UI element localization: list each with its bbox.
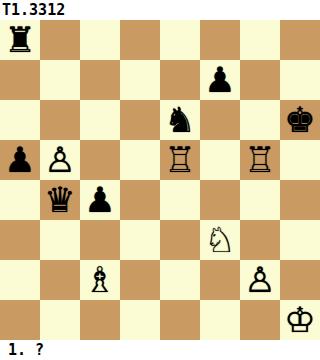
square-c1[interactable] [80,300,120,340]
piece-black-queen[interactable]: ♛ [44,180,75,220]
square-d5[interactable] [120,140,160,180]
square-b2[interactable] [40,260,80,300]
square-b3[interactable] [40,220,80,260]
square-d8[interactable] [120,20,160,60]
square-d6[interactable] [120,100,160,140]
piece-white-king[interactable]: ♔ [284,300,315,340]
square-e2[interactable] [160,260,200,300]
square-h3[interactable] [280,220,320,260]
square-f8[interactable] [200,20,240,60]
square-c4[interactable]: ♟ [80,180,120,220]
square-b6[interactable] [40,100,80,140]
square-a8[interactable]: ♜ [0,20,40,60]
square-h8[interactable] [280,20,320,60]
square-g1[interactable] [240,300,280,340]
square-c6[interactable] [80,100,120,140]
square-h1[interactable]: ♔ [280,300,320,340]
square-e4[interactable] [160,180,200,220]
square-f5[interactable] [200,140,240,180]
chess-puzzle-page: T1.3312 ♜♟♞♚♟♙♖♖♛♟♘♗♙♔ 1. ? [0,0,320,360]
square-e7[interactable] [160,60,200,100]
piece-black-king[interactable]: ♚ [284,100,315,140]
square-g2[interactable]: ♙ [240,260,280,300]
square-c5[interactable] [80,140,120,180]
square-c8[interactable] [80,20,120,60]
square-g3[interactable] [240,220,280,260]
square-h6[interactable]: ♚ [280,100,320,140]
square-h4[interactable] [280,180,320,220]
square-f1[interactable] [200,300,240,340]
square-h5[interactable] [280,140,320,180]
square-g8[interactable] [240,20,280,60]
chess-board: ♜♟♞♚♟♙♖♖♛♟♘♗♙♔ [0,20,320,340]
square-a2[interactable] [0,260,40,300]
square-f2[interactable] [200,260,240,300]
piece-white-bishop[interactable]: ♗ [84,260,115,300]
piece-black-pawn[interactable]: ♟ [4,140,35,180]
square-f4[interactable] [200,180,240,220]
piece-black-pawn[interactable]: ♟ [204,60,235,100]
square-g4[interactable] [240,180,280,220]
piece-white-knight[interactable]: ♘ [204,220,235,260]
move-prompt: 1. ? [0,340,320,360]
square-a1[interactable] [0,300,40,340]
square-h2[interactable] [280,260,320,300]
square-b5[interactable]: ♙ [40,140,80,180]
square-a4[interactable] [0,180,40,220]
puzzle-id: T1.3312 [0,0,320,20]
square-g6[interactable] [240,100,280,140]
square-f6[interactable] [200,100,240,140]
square-a3[interactable] [0,220,40,260]
square-b1[interactable] [40,300,80,340]
square-e6[interactable]: ♞ [160,100,200,140]
piece-black-pawn[interactable]: ♟ [84,180,115,220]
square-d1[interactable] [120,300,160,340]
square-e8[interactable] [160,20,200,60]
square-f7[interactable]: ♟ [200,60,240,100]
square-a7[interactable] [0,60,40,100]
piece-white-pawn[interactable]: ♙ [44,140,75,180]
square-e1[interactable] [160,300,200,340]
square-c7[interactable] [80,60,120,100]
piece-white-pawn[interactable]: ♙ [244,260,275,300]
piece-white-rook[interactable]: ♖ [244,140,275,180]
square-c2[interactable]: ♗ [80,260,120,300]
square-b7[interactable] [40,60,80,100]
piece-white-rook[interactable]: ♖ [164,140,195,180]
square-d2[interactable] [120,260,160,300]
piece-black-knight[interactable]: ♞ [164,100,195,140]
square-g7[interactable] [240,60,280,100]
square-a5[interactable]: ♟ [0,140,40,180]
square-a6[interactable] [0,100,40,140]
piece-black-rook[interactable]: ♜ [4,20,35,60]
square-e5[interactable]: ♖ [160,140,200,180]
square-c3[interactable] [80,220,120,260]
square-b4[interactable]: ♛ [40,180,80,220]
square-d7[interactable] [120,60,160,100]
square-d3[interactable] [120,220,160,260]
square-f3[interactable]: ♘ [200,220,240,260]
square-g5[interactable]: ♖ [240,140,280,180]
square-e3[interactable] [160,220,200,260]
square-b8[interactable] [40,20,80,60]
square-h7[interactable] [280,60,320,100]
square-d4[interactable] [120,180,160,220]
